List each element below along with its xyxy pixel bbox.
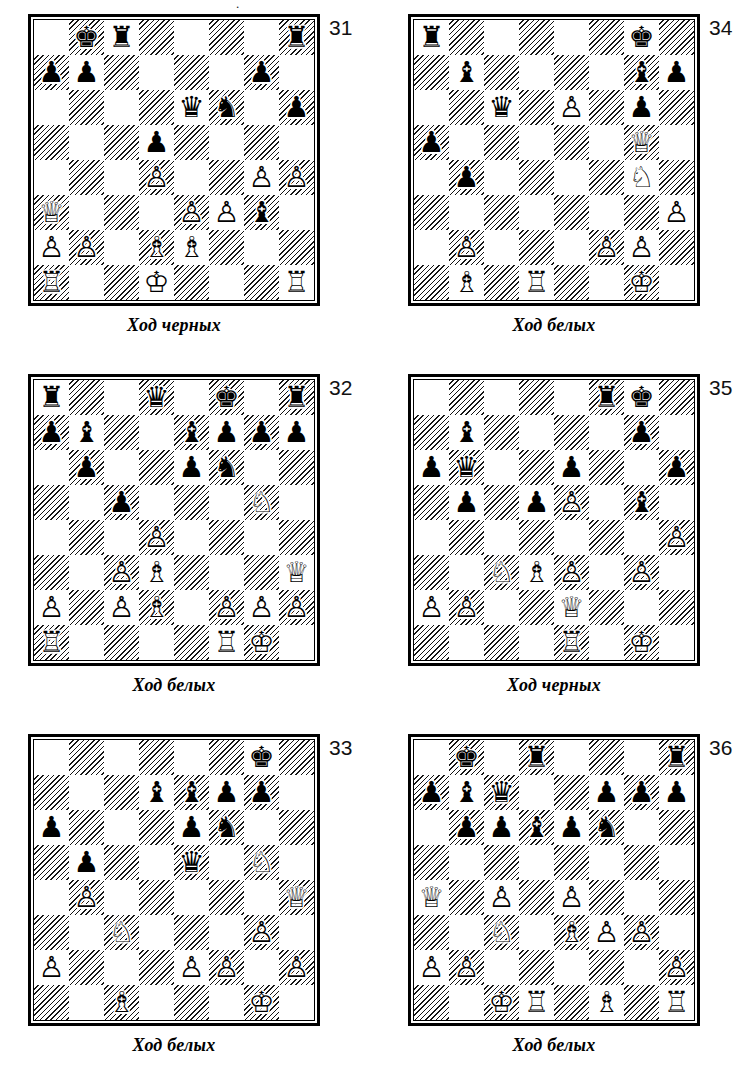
square-g3: [624, 195, 659, 230]
square-g1: ♔: [624, 265, 659, 300]
square-d6: [519, 450, 554, 485]
black-bishop: ♝: [624, 485, 659, 520]
square-a7: [414, 55, 449, 90]
white-knight: ♘: [624, 160, 659, 195]
white-pawn: ♙: [279, 950, 314, 985]
square-c5: [484, 845, 519, 880]
square-d8: ♛: [139, 380, 174, 415]
square-d4: ♙: [139, 160, 174, 195]
square-g6: [244, 450, 279, 485]
square-f4: [209, 160, 244, 195]
square-d1: [139, 985, 174, 1020]
square-b8: [69, 740, 104, 775]
white-pawn: ♙: [34, 590, 69, 625]
black-pawn: ♟: [414, 775, 449, 810]
square-e7: ♝: [174, 415, 209, 450]
square-d5: [139, 845, 174, 880]
square-f1: [209, 985, 244, 1020]
square-f8: [589, 20, 624, 55]
square-f5: [209, 485, 244, 520]
square-f5: [589, 485, 624, 520]
black-pawn: ♟: [554, 810, 589, 845]
square-a6: [34, 450, 69, 485]
square-b2: [69, 950, 104, 985]
puzzle-number: 33: [329, 736, 352, 760]
square-g2: [244, 950, 279, 985]
chess-puzzle: 33 ♚♝♝♟♟♟♟♞♟♛♘♙♕♘♙♙♙♙♙♗♔ Ход белых: [28, 734, 320, 1056]
black-king: ♚: [449, 740, 484, 775]
white-rook: ♖: [659, 985, 694, 1020]
square-e5: ♛: [174, 845, 209, 880]
square-d1: ♔: [139, 265, 174, 300]
square-f2: ♙: [589, 230, 624, 265]
board-frame: ♜♚♝♟♟♛♟♟♟♟♙♝♙♘♗♙♙♙♙♕♖♔: [408, 374, 700, 666]
square-c3: ♘: [104, 915, 139, 950]
square-a8: [414, 740, 449, 775]
square-c6: ♟: [484, 810, 519, 845]
square-c5: [104, 845, 139, 880]
chess-board: ♜♚♝♟♟♛♟♟♟♟♙♝♙♘♗♙♙♙♙♕♖♔: [413, 379, 695, 661]
move-caption: Ход белых: [408, 315, 700, 336]
black-pawn: ♟: [34, 415, 69, 450]
square-b6: ♛: [449, 450, 484, 485]
square-c1: [104, 265, 139, 300]
square-b4: [449, 520, 484, 555]
square-e1: [174, 625, 209, 660]
square-h8: ♜: [279, 380, 314, 415]
black-pawn: ♟: [659, 450, 694, 485]
square-d2: [519, 230, 554, 265]
white-pawn: ♙: [554, 880, 589, 915]
white-pawn: ♙: [209, 950, 244, 985]
square-c7: [104, 55, 139, 90]
black-king: ♚: [624, 20, 659, 55]
square-d7: ♝: [139, 775, 174, 810]
white-rook: ♖: [209, 625, 244, 660]
square-a2: [414, 230, 449, 265]
square-d6: [139, 90, 174, 125]
white-bishop: ♗: [519, 555, 554, 590]
square-a2: ♙: [414, 950, 449, 985]
square-e1: [174, 985, 209, 1020]
square-b2: ♙: [449, 590, 484, 625]
square-h3: [279, 195, 314, 230]
square-c7: [104, 775, 139, 810]
black-pawn: ♟: [174, 810, 209, 845]
black-rook: ♜: [104, 20, 139, 55]
white-pawn: ♙: [484, 880, 519, 915]
square-d3: ♗: [519, 555, 554, 590]
black-pawn: ♟: [279, 90, 314, 125]
square-c1: [484, 265, 519, 300]
square-h4: [279, 520, 314, 555]
square-e6: ♟: [174, 810, 209, 845]
square-d3: [139, 195, 174, 230]
square-g5: [244, 125, 279, 160]
square-f4: [209, 520, 244, 555]
square-c2: [104, 950, 139, 985]
black-pawn: ♟: [104, 485, 139, 520]
board-frame: ♚♜♜♟♟♟♛♞♟♟♙♙♙♕♙♙♝♙♙♗♗♖♔♖: [28, 14, 320, 306]
black-king: ♚: [624, 380, 659, 415]
square-b8: ♚: [69, 20, 104, 55]
square-b5: [449, 125, 484, 160]
square-e8: [174, 380, 209, 415]
white-pawn: ♙: [659, 520, 694, 555]
square-b8: ♚: [449, 740, 484, 775]
square-e8: [554, 20, 589, 55]
white-pawn: ♙: [589, 915, 624, 950]
black-king: ♚: [69, 20, 104, 55]
black-pawn: ♟: [449, 160, 484, 195]
white-pawn: ♙: [244, 590, 279, 625]
square-g6: [244, 810, 279, 845]
square-g2: [244, 230, 279, 265]
square-e7: [554, 415, 589, 450]
square-c6: [484, 450, 519, 485]
board-frame: ♚♜♜♟♝♛♟♟♟♟♟♝♟♞♕♙♙♘♗♙♙♙♙♙♔♖♗♖: [408, 734, 700, 1026]
square-a3: [414, 915, 449, 950]
square-g8: ♚: [624, 20, 659, 55]
square-c4: [104, 160, 139, 195]
square-g2: ♙: [624, 230, 659, 265]
square-d2: ♗: [139, 590, 174, 625]
square-g1: [244, 265, 279, 300]
square-d8: [139, 740, 174, 775]
square-h4: [659, 160, 694, 195]
white-knight: ♘: [484, 915, 519, 950]
square-h6: [659, 90, 694, 125]
square-e4: [554, 160, 589, 195]
square-c7: [484, 55, 519, 90]
black-pawn: ♟: [589, 775, 624, 810]
black-pawn: ♟: [244, 415, 279, 450]
square-h5: [279, 845, 314, 880]
square-a2: ♙: [414, 590, 449, 625]
square-b7: [69, 775, 104, 810]
square-a7: [414, 415, 449, 450]
square-e3: ♗: [554, 915, 589, 950]
square-d8: [139, 20, 174, 55]
black-pawn: ♟: [414, 125, 449, 160]
white-rook: ♖: [554, 625, 589, 660]
square-e2: ♙: [174, 950, 209, 985]
square-g1: [624, 985, 659, 1020]
square-e4: [174, 160, 209, 195]
square-f4: [209, 880, 244, 915]
square-c8: [484, 20, 519, 55]
square-a7: ♟: [414, 775, 449, 810]
square-f4: [589, 520, 624, 555]
square-h1: [659, 625, 694, 660]
square-b8: [69, 380, 104, 415]
square-f7: [209, 55, 244, 90]
square-a6: [414, 90, 449, 125]
black-bishop: ♝: [519, 810, 554, 845]
square-h2: [279, 230, 314, 265]
black-pawn: ♟: [554, 450, 589, 485]
square-e1: [554, 985, 589, 1020]
square-f3: ♙: [589, 915, 624, 950]
square-b5: [449, 845, 484, 880]
square-g5: ♝: [624, 485, 659, 520]
black-bishop: ♝: [69, 415, 104, 450]
square-h5: [659, 485, 694, 520]
square-h7: [279, 775, 314, 810]
chess-board: ♚♜♜♟♝♛♟♟♟♟♟♝♟♞♕♙♙♘♗♙♙♙♙♙♔♖♗♖: [413, 739, 695, 1021]
square-c5: [104, 125, 139, 160]
white-pawn: ♙: [209, 590, 244, 625]
square-e5: [174, 125, 209, 160]
square-d5: [519, 125, 554, 160]
square-b2: [69, 590, 104, 625]
black-rook: ♜: [519, 740, 554, 775]
square-b3: [449, 915, 484, 950]
square-a4: [34, 880, 69, 915]
square-a1: ♖: [34, 625, 69, 660]
square-d7: [519, 415, 554, 450]
white-pawn: ♙: [244, 160, 279, 195]
square-c2: ♙: [104, 590, 139, 625]
square-a5: [34, 125, 69, 160]
square-g4: [244, 880, 279, 915]
square-d8: ♜: [519, 740, 554, 775]
black-king: ♚: [244, 740, 279, 775]
square-f8: [589, 740, 624, 775]
white-pawn: ♙: [624, 555, 659, 590]
black-knight: ♞: [209, 90, 244, 125]
move-caption: Ход черных: [408, 675, 700, 696]
square-f2: [209, 230, 244, 265]
square-b8: [449, 20, 484, 55]
square-g3: ♙: [244, 915, 279, 950]
puzzle-number: 32: [329, 376, 352, 400]
puzzle-number: 34: [709, 16, 732, 40]
square-e3: ♙: [554, 555, 589, 590]
square-a3: [34, 555, 69, 590]
chess-board: ♜♚♝♝♟♛♙♟♟♕♟♘♙♙♙♙♗♖♔: [413, 19, 695, 301]
square-d5: ♟: [139, 125, 174, 160]
square-h2: ♙: [279, 590, 314, 625]
square-e2: [554, 950, 589, 985]
square-f7: [589, 55, 624, 90]
board-frame: ♜♛♚♜♟♝♝♟♟♟♟♟♞♟♘♙♙♗♕♙♙♗♙♙♙♖♖♔: [28, 374, 320, 666]
square-b1: [449, 625, 484, 660]
black-bishop: ♝: [449, 55, 484, 90]
white-bishop: ♗: [174, 230, 209, 265]
square-a6: ♟: [34, 810, 69, 845]
square-g2: ♙: [244, 590, 279, 625]
black-bishop: ♝: [449, 415, 484, 450]
square-a4: [414, 160, 449, 195]
move-caption: Ход белых: [28, 675, 320, 696]
chess-board: ♚♝♝♟♟♟♟♞♟♛♘♙♕♘♙♙♙♙♙♗♔: [33, 739, 315, 1021]
square-f8: [209, 20, 244, 55]
square-f5: [209, 845, 244, 880]
square-b4: ♟: [449, 160, 484, 195]
square-e3: [174, 555, 209, 590]
square-b6: [449, 90, 484, 125]
square-f1: [589, 265, 624, 300]
square-d7: [519, 775, 554, 810]
square-b7: ♝: [69, 415, 104, 450]
square-e4: [174, 520, 209, 555]
square-g7: ♟: [244, 775, 279, 810]
square-h1: ♖: [279, 265, 314, 300]
square-f2: [589, 950, 624, 985]
black-queen: ♛: [139, 380, 174, 415]
black-pawn: ♟: [279, 415, 314, 450]
square-f8: [209, 740, 244, 775]
white-bishop: ♗: [139, 230, 174, 265]
square-f8: ♚: [209, 380, 244, 415]
white-pawn: ♙: [624, 915, 659, 950]
white-pawn: ♙: [414, 590, 449, 625]
square-h1: [659, 265, 694, 300]
white-bishop: ♗: [554, 915, 589, 950]
square-h6: [659, 810, 694, 845]
square-c8: [104, 380, 139, 415]
square-e2: ♕: [554, 590, 589, 625]
black-pawn: ♟: [624, 775, 659, 810]
square-e6: ♟: [554, 450, 589, 485]
square-g8: [624, 740, 659, 775]
square-b5: [69, 125, 104, 160]
square-g4: [624, 520, 659, 555]
white-pawn: ♙: [659, 195, 694, 230]
white-rook: ♖: [34, 625, 69, 660]
square-b3: [449, 555, 484, 590]
square-e7: ♝: [174, 775, 209, 810]
black-pawn: ♟: [624, 415, 659, 450]
black-pawn: ♟: [69, 55, 104, 90]
black-pawn: ♟: [659, 55, 694, 90]
square-d3: ♗: [139, 555, 174, 590]
square-h5: [279, 125, 314, 160]
black-knight: ♞: [209, 450, 244, 485]
square-h6: [279, 810, 314, 845]
square-f6: [589, 90, 624, 125]
square-f7: ♟: [209, 415, 244, 450]
white-queen: ♕: [279, 555, 314, 590]
square-e2: ♗: [174, 230, 209, 265]
black-pawn: ♟: [69, 845, 104, 880]
square-d4: [139, 880, 174, 915]
square-g7: ♟: [244, 415, 279, 450]
square-e6: ♟: [554, 810, 589, 845]
square-g8: [244, 20, 279, 55]
square-g4: ♘: [624, 160, 659, 195]
square-f3: [209, 915, 244, 950]
square-f1: ♗: [589, 985, 624, 1020]
square-a3: [414, 195, 449, 230]
square-c2: [484, 230, 519, 265]
square-f3: [589, 195, 624, 230]
white-pawn: ♙: [554, 555, 589, 590]
square-f4: [589, 160, 624, 195]
square-a3: ♕: [34, 195, 69, 230]
square-b6: ♟: [449, 810, 484, 845]
square-h7: [659, 415, 694, 450]
square-e3: [554, 195, 589, 230]
square-d2: ♗: [139, 230, 174, 265]
square-c3: [104, 195, 139, 230]
square-c8: [484, 380, 519, 415]
square-b4: [69, 520, 104, 555]
square-d5: [139, 485, 174, 520]
white-pawn: ♙: [279, 160, 314, 195]
square-b7: ♝: [449, 415, 484, 450]
black-bishop: ♝: [624, 55, 659, 90]
square-d4: ♙: [139, 520, 174, 555]
chess-puzzle: 32 ♜♛♚♜♟♝♝♟♟♟♟♟♞♟♘♙♙♗♕♙♙♗♙♙♙♖♖♔ Ход белы…: [28, 374, 320, 696]
chess-puzzle: 31 ♚♜♜♟♟♟♛♞♟♟♙♙♙♕♙♙♝♙♙♗♗♖♔♖ Ход черных: [28, 14, 320, 336]
square-e6: ♙: [554, 90, 589, 125]
square-c6: [104, 90, 139, 125]
square-a1: [414, 265, 449, 300]
square-b4: ♙: [69, 880, 104, 915]
square-f5: [589, 845, 624, 880]
square-b6: [69, 90, 104, 125]
square-b2: ♙: [449, 230, 484, 265]
square-h8: ♜: [659, 740, 694, 775]
page-header-mark: .: [236, 0, 239, 12]
square-d2: [519, 950, 554, 985]
black-rook: ♜: [589, 380, 624, 415]
square-b2: ♙: [449, 950, 484, 985]
square-b7: ♝: [449, 55, 484, 90]
square-g1: ♔: [624, 625, 659, 660]
square-a5: ♟: [414, 125, 449, 160]
square-b5: ♟: [449, 485, 484, 520]
square-d8: [519, 20, 554, 55]
square-c5: ♟: [104, 485, 139, 520]
square-a8: [34, 740, 69, 775]
square-d6: [139, 810, 174, 845]
square-c2: [104, 230, 139, 265]
square-d7: [139, 55, 174, 90]
square-g7: ♟: [624, 775, 659, 810]
square-a1: [34, 985, 69, 1020]
square-d8: [519, 380, 554, 415]
square-g3: [244, 555, 279, 590]
square-a8: [34, 20, 69, 55]
square-h2: ♙: [659, 950, 694, 985]
square-e8: [554, 740, 589, 775]
white-knight: ♘: [244, 845, 279, 880]
square-h2: [659, 590, 694, 625]
white-king: ♔: [484, 985, 519, 1020]
chess-puzzle: 34 ♜♚♝♝♟♛♙♟♟♕♟♘♙♙♙♙♗♖♔ Ход белых: [408, 14, 700, 336]
square-b3: [69, 195, 104, 230]
square-b7: ♝: [449, 775, 484, 810]
white-bishop: ♗: [139, 555, 174, 590]
white-queen: ♕: [414, 880, 449, 915]
white-pawn: ♙: [554, 485, 589, 520]
square-b4: [449, 880, 484, 915]
square-h4: ♙: [659, 520, 694, 555]
square-f3: [589, 555, 624, 590]
white-king: ♔: [244, 985, 279, 1020]
black-pawn: ♟: [519, 485, 554, 520]
square-e4: [174, 880, 209, 915]
white-bishop: ♗: [449, 265, 484, 300]
square-g5: ♘: [244, 845, 279, 880]
square-a7: ♟: [34, 55, 69, 90]
black-bishop: ♝: [449, 775, 484, 810]
square-d1: [139, 625, 174, 660]
square-a4: [34, 160, 69, 195]
